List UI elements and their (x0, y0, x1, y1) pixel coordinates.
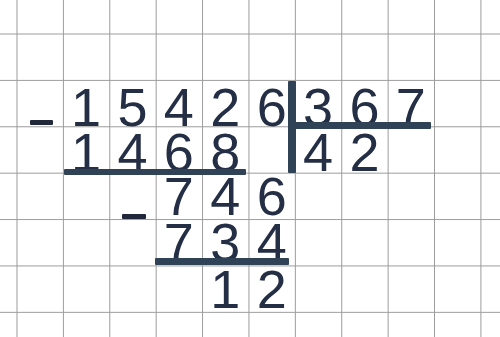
subtraction-underline-734 (155, 258, 289, 265)
digit-r2-c7: 2 (341, 128, 387, 174)
digit-r5-c5: 2 (249, 266, 295, 312)
minus-sign-first-subtraction (30, 120, 53, 125)
digit-r2-c1: 1 (63, 128, 109, 174)
graph-paper-board: 1542636714684274673412 (0, 0, 500, 337)
subtraction-underline-1468 (64, 169, 246, 176)
digit-r2-c6: 4 (295, 128, 341, 174)
digit-r2-c2: 4 (109, 128, 155, 174)
digit-r5-c4: 1 (202, 266, 248, 312)
minus-sign-second-subtraction (122, 214, 146, 219)
division-bracket-horizontal-line (288, 122, 431, 129)
